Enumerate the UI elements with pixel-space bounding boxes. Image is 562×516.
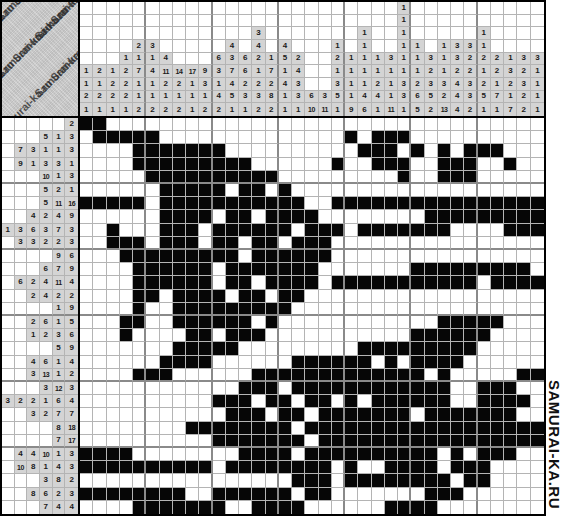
grid-cell-empty[interactable] xyxy=(199,369,212,382)
grid-cell-empty[interactable] xyxy=(199,118,212,131)
grid-cell-filled[interactable] xyxy=(160,210,173,223)
grid-cell-filled[interactable] xyxy=(266,382,279,395)
grid-cell-filled[interactable] xyxy=(199,184,212,197)
grid-cell-empty[interactable] xyxy=(451,144,464,157)
grid-cell-empty[interactable] xyxy=(464,356,477,369)
grid-cell-filled[interactable] xyxy=(93,448,106,461)
grid-cell-filled[interactable] xyxy=(252,329,265,342)
grid-cell-empty[interactable] xyxy=(504,131,517,144)
grid-cell-filled[interactable] xyxy=(186,290,199,303)
grid-cell-empty[interactable] xyxy=(372,210,385,223)
grid-cell-filled[interactable] xyxy=(478,210,491,223)
grid-cell-filled[interactable] xyxy=(213,303,226,316)
grid-cell-empty[interactable] xyxy=(319,210,332,223)
grid-cell-filled[interactable] xyxy=(186,461,199,474)
grid-cell-empty[interactable] xyxy=(451,474,464,487)
grid-cell-empty[interactable] xyxy=(93,501,106,514)
grid-cell-filled[interactable] xyxy=(411,448,424,461)
grid-cell-empty[interactable] xyxy=(107,474,120,487)
grid-cell-filled[interactable] xyxy=(319,369,332,382)
grid-cell-filled[interactable] xyxy=(425,224,438,237)
grid-cell-empty[interactable] xyxy=(531,329,544,342)
grid-cell-empty[interactable] xyxy=(199,435,212,448)
grid-cell-empty[interactable] xyxy=(93,369,106,382)
grid-cell-filled[interactable] xyxy=(451,263,464,276)
grid-cell-filled[interactable] xyxy=(80,448,93,461)
grid-cell-empty[interactable] xyxy=(80,184,93,197)
grid-cell-empty[interactable] xyxy=(398,184,411,197)
grid-cell-filled[interactable] xyxy=(266,250,279,263)
grid-cell-empty[interactable] xyxy=(146,197,159,210)
grid-cell-filled[interactable] xyxy=(358,197,371,210)
grid-cell-filled[interactable] xyxy=(186,316,199,329)
grid-cell-empty[interactable] xyxy=(107,342,120,355)
grid-cell-empty[interactable] xyxy=(464,237,477,250)
grid-cell-empty[interactable] xyxy=(517,184,530,197)
grid-cell-filled[interactable] xyxy=(226,210,239,223)
grid-cell-filled[interactable] xyxy=(133,144,146,157)
grid-cell-empty[interactable] xyxy=(345,210,358,223)
grid-cell-empty[interactable] xyxy=(133,474,146,487)
grid-cell-filled[interactable] xyxy=(464,435,477,448)
grid-cell-empty[interactable] xyxy=(186,474,199,487)
grid-cell-filled[interactable] xyxy=(491,422,504,435)
grid-cell-filled[interactable] xyxy=(186,144,199,157)
grid-cell-empty[interactable] xyxy=(252,474,265,487)
grid-cell-empty[interactable] xyxy=(226,382,239,395)
grid-cell-filled[interactable] xyxy=(451,356,464,369)
grid-cell-filled[interactable] xyxy=(279,290,292,303)
grid-cell-empty[interactable] xyxy=(80,131,93,144)
grid-cell-empty[interactable] xyxy=(226,474,239,487)
grid-cell-empty[interactable] xyxy=(107,408,120,421)
grid-cell-empty[interactable] xyxy=(80,237,93,250)
grid-cell-filled[interactable] xyxy=(411,474,424,487)
grid-cell-empty[interactable] xyxy=(345,158,358,171)
grid-cell-empty[interactable] xyxy=(279,382,292,395)
grid-cell-filled[interactable] xyxy=(266,224,279,237)
grid-cell-empty[interactable] xyxy=(226,131,239,144)
grid-cell-filled[interactable] xyxy=(292,461,305,474)
grid-cell-filled[interactable] xyxy=(332,356,345,369)
grid-cell-empty[interactable] xyxy=(372,171,385,184)
grid-cell-filled[interactable] xyxy=(438,276,451,289)
grid-cell-empty[interactable] xyxy=(292,224,305,237)
grid-cell-empty[interactable] xyxy=(279,158,292,171)
grid-cell-filled[interactable] xyxy=(478,144,491,157)
grid-cell-empty[interactable] xyxy=(239,356,252,369)
grid-cell-filled[interactable] xyxy=(80,197,93,210)
grid-cell-empty[interactable] xyxy=(146,184,159,197)
grid-cell-filled[interactable] xyxy=(93,131,106,144)
grid-cell-empty[interactable] xyxy=(451,237,464,250)
grid-cell-empty[interactable] xyxy=(438,461,451,474)
grid-cell-empty[interactable] xyxy=(517,461,530,474)
grid-cell-empty[interactable] xyxy=(491,131,504,144)
grid-cell-filled[interactable] xyxy=(398,435,411,448)
grid-cell-empty[interactable] xyxy=(478,184,491,197)
grid-cell-filled[interactable] xyxy=(213,171,226,184)
grid-cell-empty[interactable] xyxy=(319,276,332,289)
grid-cell-filled[interactable] xyxy=(199,342,212,355)
grid-cell-empty[interactable] xyxy=(398,210,411,223)
grid-cell-empty[interactable] xyxy=(491,369,504,382)
grid-cell-empty[interactable] xyxy=(226,184,239,197)
grid-cell-filled[interactable] xyxy=(385,382,398,395)
grid-cell-empty[interactable] xyxy=(80,395,93,408)
grid-cell-empty[interactable] xyxy=(133,356,146,369)
grid-cell-filled[interactable] xyxy=(213,184,226,197)
grid-cell-empty[interactable] xyxy=(107,276,120,289)
grid-cell-empty[interactable] xyxy=(120,501,133,514)
grid-cell-empty[interactable] xyxy=(173,118,186,131)
grid-cell-empty[interactable] xyxy=(292,303,305,316)
grid-cell-empty[interactable] xyxy=(372,303,385,316)
grid-cell-empty[interactable] xyxy=(345,118,358,131)
grid-cell-filled[interactable] xyxy=(292,435,305,448)
grid-cell-empty[interactable] xyxy=(133,118,146,131)
grid-cell-filled[interactable] xyxy=(186,276,199,289)
grid-cell-filled[interactable] xyxy=(279,224,292,237)
grid-cell-filled[interactable] xyxy=(213,197,226,210)
grid-cell-filled[interactable] xyxy=(199,210,212,223)
grid-cell-filled[interactable] xyxy=(93,461,106,474)
grid-cell-filled[interactable] xyxy=(305,237,318,250)
grid-cell-filled[interactable] xyxy=(107,224,120,237)
grid-cell-filled[interactable] xyxy=(451,158,464,171)
grid-cell-filled[interactable] xyxy=(478,448,491,461)
grid-cell-empty[interactable] xyxy=(332,237,345,250)
grid-cell-empty[interactable] xyxy=(332,184,345,197)
grid-cell-empty[interactable] xyxy=(146,237,159,250)
grid-cell-empty[interactable] xyxy=(358,237,371,250)
grid-cell-empty[interactable] xyxy=(478,131,491,144)
grid-cell-empty[interactable] xyxy=(451,395,464,408)
grid-cell-filled[interactable] xyxy=(252,237,265,250)
grid-cell-filled[interactable] xyxy=(491,435,504,448)
grid-cell-filled[interactable] xyxy=(464,144,477,157)
grid-cell-empty[interactable] xyxy=(358,263,371,276)
grid-cell-empty[interactable] xyxy=(213,118,226,131)
grid-cell-empty[interactable] xyxy=(451,250,464,263)
grid-cell-empty[interactable] xyxy=(213,448,226,461)
grid-cell-empty[interactable] xyxy=(531,144,544,157)
grid-cell-filled[interactable] xyxy=(398,369,411,382)
grid-cell-filled[interactable] xyxy=(199,263,212,276)
grid-cell-empty[interactable] xyxy=(385,250,398,263)
grid-cell-filled[interactable] xyxy=(133,461,146,474)
grid-cell-empty[interactable] xyxy=(279,474,292,487)
grid-cell-empty[interactable] xyxy=(451,382,464,395)
grid-cell-filled[interactable] xyxy=(239,395,252,408)
grid-cell-empty[interactable] xyxy=(107,369,120,382)
grid-cell-empty[interactable] xyxy=(305,144,318,157)
grid-cell-filled[interactable] xyxy=(491,395,504,408)
grid-cell-empty[interactable] xyxy=(398,118,411,131)
grid-cell-filled[interactable] xyxy=(411,144,424,157)
grid-cell-empty[interactable] xyxy=(93,382,106,395)
grid-cell-filled[interactable] xyxy=(279,184,292,197)
grid-cell-empty[interactable] xyxy=(451,290,464,303)
grid-cell-filled[interactable] xyxy=(186,184,199,197)
grid-cell-empty[interactable] xyxy=(451,224,464,237)
grid-cell-filled[interactable] xyxy=(226,342,239,355)
grid-cell-empty[interactable] xyxy=(107,210,120,223)
grid-cell-empty[interactable] xyxy=(252,210,265,223)
grid-cell-filled[interactable] xyxy=(186,224,199,237)
grid-cell-empty[interactable] xyxy=(478,250,491,263)
grid-cell-filled[interactable] xyxy=(464,329,477,342)
grid-cell-empty[interactable] xyxy=(266,158,279,171)
grid-cell-filled[interactable] xyxy=(305,382,318,395)
grid-cell-filled[interactable] xyxy=(292,408,305,421)
grid-cell-empty[interactable] xyxy=(292,144,305,157)
grid-cell-empty[interactable] xyxy=(319,197,332,210)
grid-cell-empty[interactable] xyxy=(80,342,93,355)
grid-cell-empty[interactable] xyxy=(186,435,199,448)
grid-cell-empty[interactable] xyxy=(120,303,133,316)
grid-cell-filled[interactable] xyxy=(358,408,371,421)
grid-cell-filled[interactable] xyxy=(226,329,239,342)
grid-cell-empty[interactable] xyxy=(425,131,438,144)
grid-cell-empty[interactable] xyxy=(107,422,120,435)
grid-cell-empty[interactable] xyxy=(199,395,212,408)
grid-cell-filled[interactable] xyxy=(411,382,424,395)
grid-cell-filled[interactable] xyxy=(107,488,120,501)
grid-cell-filled[interactable] xyxy=(173,303,186,316)
grid-cell-empty[interactable] xyxy=(266,356,279,369)
grid-cell-empty[interactable] xyxy=(438,303,451,316)
grid-cell-empty[interactable] xyxy=(358,184,371,197)
grid-cell-filled[interactable] xyxy=(491,382,504,395)
grid-cell-filled[interactable] xyxy=(398,197,411,210)
grid-cell-filled[interactable] xyxy=(133,369,146,382)
grid-cell-empty[interactable] xyxy=(107,435,120,448)
grid-cell-filled[interactable] xyxy=(279,422,292,435)
grid-cell-empty[interactable] xyxy=(425,184,438,197)
grid-cell-filled[interactable] xyxy=(239,408,252,421)
grid-cell-filled[interactable] xyxy=(319,250,332,263)
grid-cell-filled[interactable] xyxy=(133,316,146,329)
grid-cell-empty[interactable] xyxy=(451,369,464,382)
grid-cell-empty[interactable] xyxy=(213,474,226,487)
grid-cell-filled[interactable] xyxy=(213,342,226,355)
grid-cell-empty[interactable] xyxy=(279,237,292,250)
grid-cell-empty[interactable] xyxy=(491,488,504,501)
grid-cell-filled[interactable] xyxy=(425,461,438,474)
grid-cell-filled[interactable] xyxy=(411,501,424,514)
grid-cell-empty[interactable] xyxy=(93,474,106,487)
grid-cell-empty[interactable] xyxy=(464,250,477,263)
grid-cell-filled[interactable] xyxy=(332,224,345,237)
grid-cell-filled[interactable] xyxy=(438,316,451,329)
grid-cell-filled[interactable] xyxy=(279,303,292,316)
grid-cell-empty[interactable] xyxy=(80,435,93,448)
grid-cell-filled[interactable] xyxy=(292,382,305,395)
grid-cell-empty[interactable] xyxy=(438,501,451,514)
grid-cell-empty[interactable] xyxy=(464,382,477,395)
grid-cell-empty[interactable] xyxy=(279,171,292,184)
grid-cell-filled[interactable] xyxy=(133,290,146,303)
grid-cell-filled[interactable] xyxy=(345,369,358,382)
grid-cell-empty[interactable] xyxy=(80,356,93,369)
grid-cell-filled[interactable] xyxy=(345,356,358,369)
grid-cell-filled[interactable] xyxy=(213,501,226,514)
grid-cell-empty[interactable] xyxy=(120,474,133,487)
grid-cell-filled[interactable] xyxy=(186,342,199,355)
grid-cell-empty[interactable] xyxy=(425,290,438,303)
grid-cell-empty[interactable] xyxy=(160,118,173,131)
grid-cell-empty[interactable] xyxy=(199,448,212,461)
grid-cell-filled[interactable] xyxy=(531,422,544,435)
grid-cell-filled[interactable] xyxy=(199,290,212,303)
grid-cell-filled[interactable] xyxy=(451,276,464,289)
grid-cell-empty[interactable] xyxy=(358,250,371,263)
grid-cell-empty[interactable] xyxy=(93,263,106,276)
grid-cell-filled[interactable] xyxy=(279,461,292,474)
grid-cell-filled[interactable] xyxy=(120,197,133,210)
grid-cell-empty[interactable] xyxy=(80,408,93,421)
grid-cell-filled[interactable] xyxy=(120,488,133,501)
grid-cell-empty[interactable] xyxy=(252,342,265,355)
grid-cell-filled[interactable] xyxy=(451,197,464,210)
grid-cell-empty[interactable] xyxy=(319,501,332,514)
grid-cell-filled[interactable] xyxy=(464,474,477,487)
grid-cell-empty[interactable] xyxy=(239,501,252,514)
grid-cell-empty[interactable] xyxy=(517,290,530,303)
grid-cell-filled[interactable] xyxy=(292,369,305,382)
grid-cell-filled[interactable] xyxy=(491,408,504,421)
grid-cell-empty[interactable] xyxy=(266,408,279,421)
grid-cell-empty[interactable] xyxy=(504,290,517,303)
grid-cell-empty[interactable] xyxy=(372,488,385,501)
grid-cell-filled[interactable] xyxy=(239,171,252,184)
grid-cell-filled[interactable] xyxy=(332,276,345,289)
grid-cell-empty[interactable] xyxy=(531,342,544,355)
grid-cell-filled[interactable] xyxy=(425,276,438,289)
grid-cell-empty[interactable] xyxy=(504,316,517,329)
grid-cell-filled[interactable] xyxy=(464,461,477,474)
grid-cell-empty[interactable] xyxy=(358,395,371,408)
grid-cell-empty[interactable] xyxy=(358,210,371,223)
grid-cell-empty[interactable] xyxy=(345,250,358,263)
grid-cell-empty[interactable] xyxy=(239,131,252,144)
grid-cell-empty[interactable] xyxy=(372,329,385,342)
grid-cell-empty[interactable] xyxy=(107,144,120,157)
grid-cell-empty[interactable] xyxy=(266,290,279,303)
grid-cell-filled[interactable] xyxy=(226,197,239,210)
grid-cell-empty[interactable] xyxy=(358,290,371,303)
grid-cell-empty[interactable] xyxy=(504,474,517,487)
grid-cell-empty[interactable] xyxy=(504,250,517,263)
grid-cell-filled[interactable] xyxy=(305,224,318,237)
grid-cell-empty[interactable] xyxy=(107,356,120,369)
grid-cell-empty[interactable] xyxy=(385,171,398,184)
grid-cell-filled[interactable] xyxy=(239,303,252,316)
grid-cell-filled[interactable] xyxy=(319,435,332,448)
grid-cell-filled[interactable] xyxy=(372,144,385,157)
grid-cell-filled[interactable] xyxy=(411,342,424,355)
grid-cell-empty[interactable] xyxy=(279,118,292,131)
grid-cell-filled[interactable] xyxy=(226,171,239,184)
grid-cell-empty[interactable] xyxy=(517,303,530,316)
grid-cell-filled[interactable] xyxy=(279,369,292,382)
grid-cell-empty[interactable] xyxy=(385,237,398,250)
grid-cell-filled[interactable] xyxy=(478,474,491,487)
grid-cell-empty[interactable] xyxy=(93,276,106,289)
grid-cell-filled[interactable] xyxy=(438,197,451,210)
grid-cell-filled[interactable] xyxy=(226,250,239,263)
grid-cell-filled[interactable] xyxy=(252,171,265,184)
grid-cell-filled[interactable] xyxy=(305,210,318,223)
grid-cell-empty[interactable] xyxy=(173,474,186,487)
grid-cell-empty[interactable] xyxy=(80,303,93,316)
grid-cell-empty[interactable] xyxy=(319,316,332,329)
grid-cell-empty[interactable] xyxy=(332,474,345,487)
grid-cell-empty[interactable] xyxy=(146,422,159,435)
grid-cell-filled[interactable] xyxy=(464,210,477,223)
grid-cell-empty[interactable] xyxy=(199,224,212,237)
grid-cell-filled[interactable] xyxy=(464,422,477,435)
grid-cell-empty[interactable] xyxy=(213,210,226,223)
grid-cell-empty[interactable] xyxy=(226,144,239,157)
grid-cell-empty[interactable] xyxy=(517,448,530,461)
grid-cell-empty[interactable] xyxy=(213,263,226,276)
grid-cell-filled[interactable] xyxy=(398,501,411,514)
grid-cell-filled[interactable] xyxy=(425,448,438,461)
grid-cell-empty[interactable] xyxy=(252,131,265,144)
grid-cell-filled[interactable] xyxy=(120,250,133,263)
grid-cell-empty[interactable] xyxy=(332,290,345,303)
grid-cell-empty[interactable] xyxy=(160,131,173,144)
grid-cell-filled[interactable] xyxy=(358,276,371,289)
grid-cell-empty[interactable] xyxy=(146,435,159,448)
grid-cell-empty[interactable] xyxy=(292,342,305,355)
grid-cell-filled[interactable] xyxy=(239,276,252,289)
grid-cell-filled[interactable] xyxy=(146,488,159,501)
grid-cell-empty[interactable] xyxy=(332,488,345,501)
grid-cell-empty[interactable] xyxy=(425,250,438,263)
grid-cell-empty[interactable] xyxy=(411,118,424,131)
grid-cell-empty[interactable] xyxy=(292,316,305,329)
grid-cell-empty[interactable] xyxy=(372,184,385,197)
grid-cell-empty[interactable] xyxy=(160,382,173,395)
grid-cell-filled[interactable] xyxy=(292,263,305,276)
grid-cell-filled[interactable] xyxy=(266,369,279,382)
grid-cell-filled[interactable] xyxy=(80,118,93,131)
grid-cell-empty[interactable] xyxy=(478,276,491,289)
grid-cell-filled[interactable] xyxy=(173,356,186,369)
grid-cell-filled[interactable] xyxy=(173,210,186,223)
grid-cell-filled[interactable] xyxy=(517,210,530,223)
grid-cell-filled[interactable] xyxy=(451,448,464,461)
grid-cell-empty[interactable] xyxy=(411,171,424,184)
grid-cell-empty[interactable] xyxy=(491,461,504,474)
grid-cell-filled[interactable] xyxy=(358,144,371,157)
grid-cell-empty[interactable] xyxy=(319,290,332,303)
grid-cell-empty[interactable] xyxy=(358,131,371,144)
grid-cell-filled[interactable] xyxy=(173,276,186,289)
grid-cell-empty[interactable] xyxy=(80,276,93,289)
grid-cell-filled[interactable] xyxy=(451,488,464,501)
grid-cell-filled[interactable] xyxy=(186,263,199,276)
grid-cell-filled[interactable] xyxy=(504,395,517,408)
grid-cell-empty[interactable] xyxy=(517,118,530,131)
grid-cell-empty[interactable] xyxy=(478,158,491,171)
grid-cell-empty[interactable] xyxy=(146,329,159,342)
grid-cell-empty[interactable] xyxy=(411,290,424,303)
grid-cell-empty[interactable] xyxy=(425,237,438,250)
